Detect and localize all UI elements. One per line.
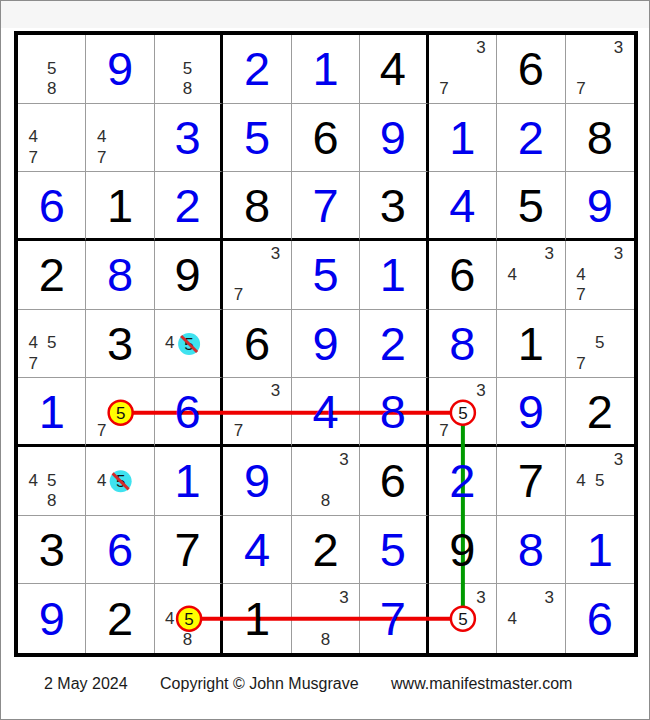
given-digit: 2 [107, 595, 133, 642]
candidate-grid: 35 [429, 584, 496, 653]
candidate-digit [435, 629, 453, 650]
cell-r6c2[interactable]: 57 [86, 378, 154, 447]
candidate-digit [590, 450, 609, 471]
candidate-digit [298, 491, 316, 512]
candidate-digit [42, 107, 60, 128]
given-digit: 6 [449, 251, 475, 298]
cell-r1c7[interactable]: 37 [429, 35, 497, 104]
candidate-digit [335, 629, 353, 650]
given-digit: 8 [244, 182, 270, 229]
candidate-digit [24, 79, 42, 100]
candidate-digit: 8 [179, 629, 197, 650]
candidate-digit [453, 59, 471, 80]
cell-r8c7[interactable]: 9 [429, 516, 497, 585]
candidate-digit [609, 265, 628, 286]
candidate-digit: 8 [316, 491, 334, 512]
candidate-digit: 5 [179, 333, 197, 354]
cell-r3c5[interactable]: 7 [292, 172, 360, 241]
cell-r2c7[interactable]: 1 [429, 104, 497, 173]
candidate-digit [298, 608, 316, 629]
candidate-digit [435, 401, 453, 421]
cell-r6c6[interactable]: 8 [360, 378, 428, 447]
candidate-digit [248, 285, 266, 306]
candidate-grid: 38 [292, 584, 359, 653]
cell-r3c4[interactable]: 8 [223, 172, 291, 241]
candidate-digit [129, 381, 147, 401]
candidate-digit [129, 421, 147, 441]
candidate-grid: 37 [566, 35, 634, 103]
solved-digit: 5 [312, 251, 338, 298]
candidate-digit [522, 629, 540, 650]
candidate-digit [590, 244, 609, 265]
candidate-digit [24, 491, 42, 512]
candidate-digit [111, 450, 129, 471]
candidate-digit [248, 244, 266, 265]
candidate-grid: 457 [18, 310, 85, 378]
given-digit: 8 [587, 114, 613, 161]
candidate-digit [572, 38, 591, 59]
candidate-grid: 47 [18, 104, 85, 172]
given-digit: 1 [107, 182, 133, 229]
candidate-digit [161, 79, 179, 100]
cell-r5c6[interactable]: 2 [360, 310, 428, 379]
candidate-digit [129, 471, 147, 492]
candidate-digit [609, 59, 628, 80]
candidate-digit [453, 79, 471, 100]
candidate-digit: 3 [266, 244, 284, 265]
given-digit: 1 [244, 595, 270, 642]
candidate-digit: 7 [92, 148, 110, 169]
candidate-digit: 7 [229, 285, 247, 306]
cell-r9c7[interactable]: 35 [429, 584, 497, 653]
candidate-digit [435, 59, 453, 80]
solved-digit: 2 [175, 182, 201, 229]
candidate-digit [111, 381, 129, 401]
solved-digit: 6 [39, 182, 65, 229]
candidate-digit [61, 450, 79, 471]
given-digit: 2 [587, 388, 613, 435]
cell-r6c3[interactable]: 6 [155, 378, 223, 447]
cell-r7c7[interactable]: 2 [429, 447, 497, 516]
candidate-digit [335, 491, 353, 512]
candidate-grid: 34 [497, 584, 564, 653]
candidate-digit [248, 421, 266, 441]
candidate-digit [453, 38, 471, 59]
cell-r1c6[interactable]: 4 [360, 35, 428, 104]
cell-r3c6[interactable]: 3 [360, 172, 428, 241]
candidate-grid: 45 [86, 447, 153, 515]
cell-r6c8[interactable]: 9 [497, 378, 565, 447]
cell-r5c3[interactable]: 45 [155, 310, 223, 379]
candidate-grid: 37 [429, 35, 496, 103]
candidate-digit [179, 38, 197, 59]
candidate-digit [197, 59, 215, 80]
cell-r8c1[interactable]: 3 [18, 516, 86, 585]
cell-r2c5[interactable]: 6 [292, 104, 360, 173]
candidate-digit [590, 313, 609, 334]
cell-r1c1[interactable]: 58 [18, 35, 86, 104]
cell-r9c4[interactable]: 1 [223, 584, 291, 653]
candidate-digit [197, 629, 215, 650]
cell-r2c2[interactable]: 47 [86, 104, 154, 173]
candidate-digit [61, 354, 79, 375]
candidate-digit: 7 [435, 421, 453, 441]
candidate-digit [129, 148, 147, 169]
cell-r2c1[interactable]: 47 [18, 104, 86, 173]
candidate-digit: 3 [609, 38, 628, 59]
cell-r3c7[interactable]: 4 [429, 172, 497, 241]
sudoku-app-page: 5895821437637474735691286128734592893751… [0, 0, 650, 720]
candidate-digit [266, 265, 284, 286]
given-digit: 5 [518, 182, 544, 229]
cell-r9c9[interactable]: 6 [566, 584, 634, 653]
candidate-digit [161, 313, 179, 334]
candidate-digit [453, 381, 471, 401]
candidate-digit [590, 285, 609, 306]
candidate-grid: 345 [566, 447, 634, 515]
candidate-grid: 458 [18, 447, 85, 515]
candidate-digit [316, 450, 334, 471]
solved-digit: 6 [107, 526, 133, 573]
candidate-digit [572, 313, 591, 334]
solved-digit: 8 [380, 388, 406, 435]
candidate-digit [316, 587, 334, 608]
candidate-digit [503, 244, 521, 265]
candidate-digit [24, 107, 42, 128]
solved-digit: 1 [587, 526, 613, 573]
candidate-digit [472, 629, 490, 650]
candidate-grid: 45 [155, 310, 220, 378]
candidate-grid: 57 [86, 378, 153, 444]
candidate-digit [503, 587, 521, 608]
candidate-digit [522, 608, 540, 629]
header-strip [1, 1, 649, 28]
candidate-digit [92, 381, 110, 401]
candidate-digit [522, 285, 540, 306]
cell-r5c4[interactable]: 6 [223, 310, 291, 379]
cell-r3c8[interactable]: 5 [497, 172, 565, 241]
candidate-grid: 347 [566, 241, 634, 309]
candidate-digit: 3 [266, 381, 284, 401]
footer-website[interactable]: www.manifestmaster.com [391, 675, 572, 692]
candidate-digit [453, 587, 471, 608]
given-digit: 9 [175, 251, 201, 298]
candidate-digit [179, 354, 197, 375]
candidate-grid: 357 [429, 378, 496, 444]
cell-r7c5[interactable]: 38 [292, 447, 360, 516]
cell-r8c4[interactable]: 4 [223, 516, 291, 585]
candidate-digit [129, 450, 147, 471]
cell-r4c5[interactable]: 5 [292, 241, 360, 310]
cell-r4c2[interactable]: 8 [86, 241, 154, 310]
candidate-digit [266, 401, 284, 421]
candidate-digit [197, 79, 215, 100]
cell-r3c3[interactable]: 2 [155, 172, 223, 241]
given-digit: 2 [39, 251, 65, 298]
solved-digit: 8 [518, 526, 544, 573]
candidate-digit [335, 608, 353, 629]
candidate-digit: 7 [572, 354, 591, 375]
candidate-digit [609, 471, 628, 492]
candidate-digit [590, 265, 609, 286]
solved-digit: 1 [449, 114, 475, 161]
cell-r4c7[interactable]: 6 [429, 241, 497, 310]
given-digit: 6 [244, 320, 270, 367]
candidate-digit [453, 629, 471, 650]
cell-r5c1[interactable]: 457 [18, 310, 86, 379]
cell-r6c4[interactable]: 37 [223, 378, 291, 447]
candidate-digit [161, 38, 179, 59]
candidate-digit: 8 [42, 79, 60, 100]
cell-r5c9[interactable]: 57 [566, 310, 634, 379]
given-digit: 6 [518, 45, 544, 92]
candidate-digit [61, 491, 79, 512]
candidate-digit [435, 587, 453, 608]
solved-digit: 5 [244, 114, 270, 161]
candidate-digit: 7 [435, 79, 453, 100]
candidate-digit [129, 127, 147, 148]
candidate-digit: 5 [179, 59, 197, 80]
given-digit: 1 [518, 320, 544, 367]
candidate-digit: 3 [472, 587, 490, 608]
candidate-digit [24, 38, 42, 59]
cell-r1c9[interactable]: 37 [566, 35, 634, 104]
cell-r9c1[interactable]: 9 [18, 584, 86, 653]
solved-digit: 7 [380, 595, 406, 642]
cell-r9c3[interactable]: 458 [155, 584, 223, 653]
cell-r2c3[interactable]: 3 [155, 104, 223, 173]
candidate-digit [42, 354, 60, 375]
candidate-digit: 4 [92, 127, 110, 148]
solved-digit: 4 [244, 526, 270, 573]
candidate-digit [61, 38, 79, 59]
candidate-digit [61, 79, 79, 100]
solved-digit: 9 [244, 457, 270, 504]
candidate-digit [61, 59, 79, 80]
cell-r7c4[interactable]: 9 [223, 447, 291, 516]
candidate-digit [111, 127, 129, 148]
candidate-digit: 4 [24, 471, 42, 492]
candidate-digit [179, 313, 197, 334]
given-digit: 7 [518, 457, 544, 504]
candidate-digit: 4 [572, 265, 591, 286]
solved-digit: 2 [244, 45, 270, 92]
cell-r9c6[interactable]: 7 [360, 584, 428, 653]
cell-r2c8[interactable]: 2 [497, 104, 565, 173]
solved-digit: 2 [449, 457, 475, 504]
given-digit: 4 [380, 45, 406, 92]
cell-r4c1[interactable]: 2 [18, 241, 86, 310]
cell-r4c8[interactable]: 34 [497, 241, 565, 310]
candidate-digit: 5 [42, 471, 60, 492]
solved-digit: 6 [175, 388, 201, 435]
candidate-digit [472, 421, 490, 441]
candidate-digit: 4 [503, 265, 521, 286]
solved-digit: 2 [518, 114, 544, 161]
solved-digit: 5 [380, 526, 406, 573]
cell-r6c5[interactable]: 4 [292, 378, 360, 447]
candidate-digit [61, 148, 79, 169]
candidate-digit [609, 313, 628, 334]
cell-r6c1[interactable]: 1 [18, 378, 86, 447]
candidate-digit [590, 354, 609, 375]
candidate-digit: 3 [335, 587, 353, 608]
candidate-digit [92, 491, 110, 512]
cell-r6c7[interactable]: 357 [429, 378, 497, 447]
cell-r1c2[interactable]: 9 [86, 35, 154, 104]
sudoku-grid: 5895821437637474735691286128734592893751… [18, 35, 634, 653]
cell-r1c8[interactable]: 6 [497, 35, 565, 104]
candidate-digit: 3 [609, 450, 628, 471]
candidate-digit [161, 629, 179, 650]
cell-r7c9[interactable]: 345 [566, 447, 634, 516]
cell-r4c9[interactable]: 347 [566, 241, 634, 310]
solved-digit: 9 [107, 45, 133, 92]
candidate-digit [197, 608, 215, 629]
cell-r2c6[interactable]: 9 [360, 104, 428, 173]
candidate-digit [540, 265, 558, 286]
candidate-digit [609, 285, 628, 306]
candidate-digit [111, 107, 129, 128]
solved-digit: 9 [587, 182, 613, 229]
candidate-digit [540, 629, 558, 650]
candidate-grid: 58 [155, 35, 220, 103]
cell-r7c2[interactable]: 45 [86, 447, 154, 516]
cell-r4c4[interactable]: 37 [223, 241, 291, 310]
cell-r8c9[interactable]: 1 [566, 516, 634, 585]
candidate-digit [24, 313, 42, 334]
candidate-digit: 5 [179, 608, 197, 629]
candidate-grid: 57 [566, 310, 634, 378]
candidate-grid: 38 [292, 447, 359, 515]
candidate-digit [572, 333, 591, 354]
candidate-digit [248, 381, 266, 401]
cell-r7c8[interactable]: 7 [497, 447, 565, 516]
candidate-digit: 3 [540, 244, 558, 265]
cell-r8c6[interactable]: 5 [360, 516, 428, 585]
candidate-grid: 58 [18, 35, 85, 103]
cell-r5c2[interactable]: 3 [86, 310, 154, 379]
candidate-digit [298, 450, 316, 471]
candidate-digit [24, 450, 42, 471]
candidate-digit [453, 421, 471, 441]
candidate-digit [298, 587, 316, 608]
candidate-digit [129, 401, 147, 421]
cell-r9c5[interactable]: 38 [292, 584, 360, 653]
candidate-digit: 5 [590, 471, 609, 492]
candidate-digit [197, 587, 215, 608]
candidate-digit: 3 [472, 38, 490, 59]
cell-r8c2[interactable]: 6 [86, 516, 154, 585]
cell-r7c3[interactable]: 1 [155, 447, 223, 516]
cell-r3c9[interactable]: 9 [566, 172, 634, 241]
cell-r4c3[interactable]: 9 [155, 241, 223, 310]
given-digit: 9 [449, 526, 475, 573]
cell-r4c6[interactable]: 1 [360, 241, 428, 310]
cell-r2c4[interactable]: 5 [223, 104, 291, 173]
candidate-digit [572, 59, 591, 80]
candidate-digit: 3 [335, 450, 353, 471]
candidate-digit [266, 285, 284, 306]
candidate-digit [61, 107, 79, 128]
candidate-digit: 4 [572, 471, 591, 492]
candidate-digit [572, 491, 591, 512]
candidate-digit [248, 265, 266, 286]
candidate-digit: 3 [609, 244, 628, 265]
solved-digit: 7 [312, 182, 338, 229]
candidate-digit: 5 [111, 401, 129, 421]
candidate-digit [266, 421, 284, 441]
cell-r9c8[interactable]: 34 [497, 584, 565, 653]
candidate-digit: 5 [453, 401, 471, 421]
candidate-digit: 5 [453, 608, 471, 629]
candidate-digit [197, 313, 215, 334]
candidate-digit [92, 450, 110, 471]
cell-r7c1[interactable]: 458 [18, 447, 86, 516]
cell-r1c5[interactable]: 1 [292, 35, 360, 104]
candidate-digit [435, 381, 453, 401]
cell-r7c6[interactable]: 6 [360, 447, 428, 516]
candidate-digit [503, 629, 521, 650]
cell-r2c9[interactable]: 8 [566, 104, 634, 173]
cell-r6c9[interactable]: 2 [566, 378, 634, 447]
solved-digit: 4 [312, 388, 338, 435]
solved-digit: 9 [518, 388, 544, 435]
candidate-digit [590, 491, 609, 512]
candidate-digit [298, 629, 316, 650]
cell-r5c7[interactable]: 8 [429, 310, 497, 379]
solved-digit: 4 [449, 182, 475, 229]
board-inner: 5895821437637474735691286128734592893751… [18, 35, 634, 653]
cell-r8c5[interactable]: 2 [292, 516, 360, 585]
candidate-digit [229, 381, 247, 401]
cell-r5c8[interactable]: 1 [497, 310, 565, 379]
cell-r1c3[interactable]: 58 [155, 35, 223, 104]
candidate-digit: 4 [92, 471, 110, 492]
cell-r3c2[interactable]: 1 [86, 172, 154, 241]
cell-r8c3[interactable]: 7 [155, 516, 223, 585]
candidate-digit [129, 491, 147, 512]
candidate-digit [197, 354, 215, 375]
candidate-digit [590, 59, 609, 80]
candidate-digit [472, 59, 490, 80]
candidate-grid: 47 [86, 104, 153, 172]
candidate-grid: 37 [223, 378, 290, 444]
candidate-digit [540, 608, 558, 629]
solved-digit: 8 [107, 251, 133, 298]
given-digit: 7 [175, 526, 201, 573]
candidate-digit [179, 587, 197, 608]
candidate-digit: 4 [161, 333, 179, 354]
solved-digit: 1 [312, 45, 338, 92]
candidate-digit: 4 [161, 608, 179, 629]
candidate-digit: 4 [24, 127, 42, 148]
candidate-digit: 8 [42, 491, 60, 512]
cell-r1c4[interactable]: 2 [223, 35, 291, 104]
cell-r3c1[interactable]: 6 [18, 172, 86, 241]
candidate-digit: 5 [111, 471, 129, 492]
candidate-digit [609, 354, 628, 375]
candidate-digit [522, 587, 540, 608]
candidate-digit [590, 38, 609, 59]
candidate-digit [609, 491, 628, 512]
cell-r9c2[interactable]: 2 [86, 584, 154, 653]
candidate-digit [111, 148, 129, 169]
cell-r5c5[interactable]: 9 [292, 310, 360, 379]
candidate-digit [161, 354, 179, 375]
cell-r8c8[interactable]: 8 [497, 516, 565, 585]
candidate-digit: 7 [572, 79, 591, 100]
